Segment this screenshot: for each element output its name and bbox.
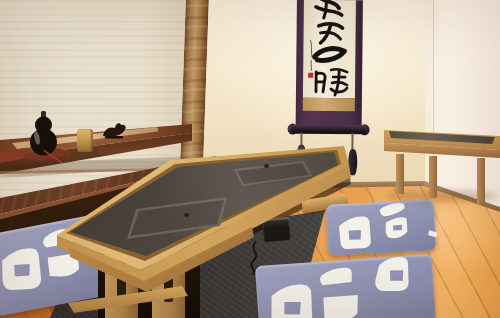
vignette (0, 0, 500, 318)
room-photo (0, 0, 500, 318)
